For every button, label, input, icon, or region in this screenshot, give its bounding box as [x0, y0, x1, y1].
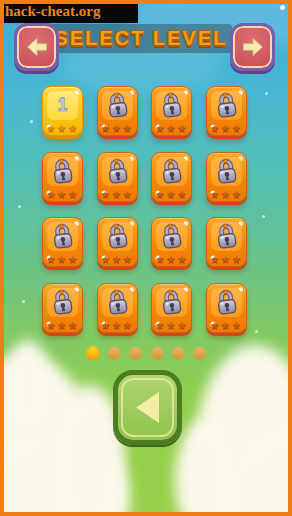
arrow-left-icon	[24, 36, 50, 58]
sparkle-dot	[18, 205, 21, 208]
level-panel	[211, 91, 242, 120]
page-dot[interactable]	[151, 347, 164, 360]
level-panel	[47, 157, 78, 186]
sparkle-dot	[265, 92, 268, 95]
sparkle-dot	[255, 330, 258, 333]
level-panel	[211, 288, 242, 317]
level-stars: ★★★	[152, 253, 191, 265]
level-button[interactable]: ★★★	[151, 217, 192, 267]
level-button[interactable]: ★★★	[42, 152, 83, 202]
sparkle-dot	[280, 5, 285, 10]
screen: hack-cheat.org SELECT LEVEL 1 ★★★	[0, 0, 292, 516]
level-stars: ★★★	[98, 253, 137, 265]
arrow-right-icon	[240, 36, 266, 58]
lock-icon	[104, 91, 130, 120]
level-button[interactable]: 1 ★★★	[42, 86, 83, 136]
level-stars: ★★★	[152, 188, 191, 200]
level-panel	[47, 222, 78, 251]
level-stars: ★★★	[43, 188, 82, 200]
lock-icon	[50, 288, 76, 317]
level-button[interactable]: ★★★	[206, 283, 247, 333]
sparkle-dot	[22, 300, 25, 303]
level-button[interactable]: ★★★	[206, 152, 247, 202]
page-dot[interactable]	[193, 347, 206, 360]
level-stars: ★★★	[43, 319, 82, 331]
level-panel	[156, 157, 187, 186]
level-button[interactable]: ★★★	[151, 86, 192, 136]
back-triangle-icon	[132, 390, 164, 425]
level-stars: ★★★	[152, 319, 191, 331]
level-stars: ★★★	[207, 319, 246, 331]
page-dot[interactable]	[86, 346, 100, 360]
level-button[interactable]: ★★★	[42, 217, 83, 267]
level-stars: ★★★	[152, 122, 191, 134]
level-panel	[102, 222, 133, 251]
level-button[interactable]: ★★★	[97, 217, 138, 267]
watermark-text: hack-cheat.org	[5, 3, 100, 19]
lock-icon	[159, 222, 185, 251]
sparkle-dot	[30, 120, 33, 123]
lock-icon	[213, 91, 239, 120]
lock-icon	[213, 288, 239, 317]
lock-icon	[159, 288, 185, 317]
level-panel: 1	[47, 91, 78, 120]
level-button[interactable]: ★★★	[97, 86, 138, 136]
level-button[interactable]: ★★★	[151, 152, 192, 202]
level-panel	[102, 288, 133, 317]
level-stars: ★★★	[207, 188, 246, 200]
level-stars: ★★★	[43, 122, 82, 134]
level-grid: 1 ★★★ ★★★	[42, 86, 247, 333]
sparkle-dot	[262, 215, 265, 218]
level-stars: ★★★	[207, 253, 246, 265]
prev-page-button[interactable]	[14, 23, 59, 71]
page-dot[interactable]	[129, 347, 142, 360]
level-stars: ★★★	[43, 253, 82, 265]
level-number: 1	[57, 95, 67, 116]
level-stars: ★★★	[98, 319, 137, 331]
watermark-bar: hack-cheat.org	[0, 0, 138, 23]
level-panel	[211, 222, 242, 251]
lock-icon	[104, 288, 130, 317]
lock-icon	[159, 91, 185, 120]
page-title: SELECT LEVEL	[50, 24, 232, 53]
level-stars: ★★★	[98, 188, 137, 200]
level-button[interactable]: ★★★	[206, 86, 247, 136]
level-button[interactable]: ★★★	[42, 283, 83, 333]
lock-icon	[159, 156, 185, 185]
level-panel	[211, 157, 242, 186]
back-button[interactable]	[113, 370, 182, 445]
level-panel	[102, 157, 133, 186]
level-button[interactable]: ★★★	[151, 283, 192, 333]
lock-icon	[213, 222, 239, 251]
level-button[interactable]: ★★★	[206, 217, 247, 267]
level-button[interactable]: ★★★	[97, 283, 138, 333]
level-panel	[156, 288, 187, 317]
lock-icon	[213, 156, 239, 185]
lock-icon	[50, 156, 76, 185]
lock-icon	[104, 222, 130, 251]
next-page-button[interactable]	[230, 23, 275, 71]
level-button[interactable]: ★★★	[97, 152, 138, 202]
page-dot[interactable]	[172, 347, 185, 360]
page-dot[interactable]	[108, 347, 121, 360]
pagination	[0, 346, 292, 360]
lock-icon	[50, 222, 76, 251]
level-panel	[47, 288, 78, 317]
level-panel	[156, 91, 187, 120]
level-stars: ★★★	[98, 122, 137, 134]
level-panel	[102, 91, 133, 120]
level-stars: ★★★	[207, 122, 246, 134]
lock-icon	[104, 156, 130, 185]
level-panel	[156, 222, 187, 251]
